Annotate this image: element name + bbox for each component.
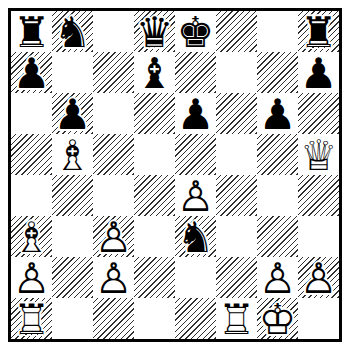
square-a1[interactable]: ♜♖ (11, 298, 52, 339)
square-b7[interactable] (52, 52, 93, 93)
black-rook-a8[interactable]: ♜♜ (11, 11, 52, 52)
piece-glyph: ♙ (11, 258, 52, 299)
piece-fill-halo: ♟ (298, 258, 339, 299)
piece-fill-halo: ♚ (175, 12, 216, 53)
white-pawn-e4[interactable]: ♟♙ (175, 175, 216, 216)
square-h8[interactable]: ♜♜ (298, 11, 339, 52)
square-d4[interactable] (134, 175, 175, 216)
square-e6[interactable]: ♟♟ (175, 93, 216, 134)
square-g1[interactable]: ♚♔ (257, 298, 298, 339)
piece-glyph: ♚ (175, 12, 216, 53)
piece-glyph: ♗ (11, 217, 52, 258)
piece-fill-halo: ♟ (11, 258, 52, 299)
piece-fill-halo: ♜ (298, 12, 339, 53)
square-c2[interactable]: ♟♙ (93, 257, 134, 298)
square-e8[interactable]: ♚♚ (175, 11, 216, 52)
piece-fill-halo: ♜ (11, 299, 52, 340)
square-a3[interactable]: ♝♗ (11, 216, 52, 257)
square-d7[interactable]: ♝♝ (134, 52, 175, 93)
square-a6[interactable] (11, 93, 52, 134)
piece-fill-halo: ♟ (257, 258, 298, 299)
square-e1[interactable] (175, 298, 216, 339)
black-pawn-b6[interactable]: ♟♟ (52, 93, 93, 134)
square-d3[interactable] (134, 216, 175, 257)
piece-glyph: ♗ (52, 135, 93, 176)
square-f1[interactable]: ♜♖ (216, 298, 257, 339)
piece-glyph: ♙ (298, 258, 339, 299)
square-f7[interactable] (216, 52, 257, 93)
white-bishop-b5[interactable]: ♝♗ (52, 134, 93, 175)
piece-glyph: ♜ (11, 12, 52, 53)
piece-glyph: ♞ (52, 12, 93, 53)
piece-fill-halo: ♟ (298, 53, 339, 94)
white-rook-f1[interactable]: ♜♖ (216, 298, 257, 339)
black-pawn-a7[interactable]: ♟♟ (11, 52, 52, 93)
square-h2[interactable]: ♟♙ (298, 257, 339, 298)
white-pawn-c2[interactable]: ♟♙ (93, 257, 134, 298)
piece-fill-halo: ♚ (257, 299, 298, 340)
square-f3[interactable] (216, 216, 257, 257)
piece-fill-halo: ♟ (175, 94, 216, 135)
piece-fill-halo: ♜ (216, 299, 257, 340)
piece-glyph: ♙ (93, 258, 134, 299)
piece-glyph: ♟ (298, 53, 339, 94)
square-d1[interactable] (134, 298, 175, 339)
square-b6[interactable]: ♟♟ (52, 93, 93, 134)
white-rook-a1[interactable]: ♜♖ (11, 298, 52, 339)
piece-glyph: ♞ (175, 217, 216, 258)
square-d6[interactable] (134, 93, 175, 134)
square-f6[interactable] (216, 93, 257, 134)
white-pawn-h2[interactable]: ♟♙ (298, 257, 339, 298)
white-king-g1[interactable]: ♚♔ (257, 298, 298, 339)
square-b2[interactable] (52, 257, 93, 298)
piece-fill-halo: ♟ (175, 176, 216, 217)
piece-glyph: ♙ (175, 176, 216, 217)
piece-fill-halo: ♛ (134, 12, 175, 53)
square-h3[interactable] (298, 216, 339, 257)
square-e5[interactable] (175, 134, 216, 175)
square-g3[interactable] (257, 216, 298, 257)
piece-fill-halo: ♝ (134, 53, 175, 94)
piece-fill-halo: ♟ (52, 94, 93, 135)
black-pawn-e6[interactable]: ♟♟ (175, 93, 216, 134)
square-d8[interactable]: ♛♛ (134, 11, 175, 52)
black-rook-h8[interactable]: ♜♜ (298, 11, 339, 52)
piece-glyph: ♛ (134, 12, 175, 53)
piece-fill-halo: ♞ (52, 12, 93, 53)
square-h6[interactable] (298, 93, 339, 134)
square-g2[interactable]: ♟♙ (257, 257, 298, 298)
piece-fill-halo: ♞ (175, 217, 216, 258)
piece-fill-halo: ♟ (93, 258, 134, 299)
white-pawn-g2[interactable]: ♟♙ (257, 257, 298, 298)
piece-glyph: ♟ (175, 94, 216, 135)
piece-glyph: ♙ (257, 258, 298, 299)
square-a5[interactable] (11, 134, 52, 175)
square-b4[interactable] (52, 175, 93, 216)
square-e4[interactable]: ♟♙ (175, 175, 216, 216)
square-g8[interactable] (257, 11, 298, 52)
piece-fill-halo: ♟ (93, 217, 134, 258)
piece-fill-halo: ♝ (11, 217, 52, 258)
black-bishop-d7[interactable]: ♝♝ (134, 52, 175, 93)
square-c5[interactable] (93, 134, 134, 175)
white-pawn-a2[interactable]: ♟♙ (11, 257, 52, 298)
square-h1[interactable] (298, 298, 339, 339)
piece-glyph: ♟ (257, 94, 298, 135)
black-pawn-g6[interactable]: ♟♟ (257, 93, 298, 134)
piece-glyph: ♝ (134, 53, 175, 94)
piece-glyph: ♟ (52, 94, 93, 135)
square-e7[interactable] (175, 52, 216, 93)
white-pawn-c3[interactable]: ♟♙ (93, 216, 134, 257)
square-g5[interactable] (257, 134, 298, 175)
square-g4[interactable] (257, 175, 298, 216)
piece-fill-halo: ♜ (11, 12, 52, 53)
square-c6[interactable] (93, 93, 134, 134)
square-g6[interactable]: ♟♟ (257, 93, 298, 134)
piece-fill-halo: ♟ (257, 94, 298, 135)
piece-glyph: ♜ (298, 12, 339, 53)
chess-board: ♜♜♞♞♛♛♚♚♜♜♟♟♝♝♟♟♟♟♟♟♟♟♝♗♛♕♟♙♝♗♟♙♞♞♟♙♟♙♟♙… (8, 8, 342, 342)
square-f5[interactable] (216, 134, 257, 175)
piece-glyph: ♖ (216, 299, 257, 340)
square-b5[interactable]: ♝♗ (52, 134, 93, 175)
black-pawn-h7[interactable]: ♟♟ (298, 52, 339, 93)
square-d5[interactable] (134, 134, 175, 175)
square-b3[interactable] (52, 216, 93, 257)
chess-diagram-page: ♜♜♞♞♛♛♚♚♜♜♟♟♝♝♟♟♟♟♟♟♟♟♝♗♛♕♟♙♝♗♟♙♞♞♟♙♟♙♟♙… (0, 0, 350, 350)
white-queen-h5[interactable]: ♛♕ (298, 134, 339, 175)
square-e3[interactable]: ♞♞ (175, 216, 216, 257)
piece-fill-halo: ♟ (11, 53, 52, 94)
square-h4[interactable] (298, 175, 339, 216)
square-c3[interactable]: ♟♙ (93, 216, 134, 257)
black-knight-b8[interactable]: ♞♞ (52, 11, 93, 52)
square-e2[interactable] (175, 257, 216, 298)
piece-glyph: ♖ (11, 299, 52, 340)
square-g7[interactable] (257, 52, 298, 93)
piece-glyph: ♕ (298, 135, 339, 176)
black-knight-e3[interactable]: ♞♞ (175, 216, 216, 257)
square-b8[interactable]: ♞♞ (52, 11, 93, 52)
square-a2[interactable]: ♟♙ (11, 257, 52, 298)
square-c4[interactable] (93, 175, 134, 216)
square-a4[interactable] (11, 175, 52, 216)
square-d2[interactable] (134, 257, 175, 298)
piece-glyph: ♙ (93, 217, 134, 258)
square-c7[interactable] (93, 52, 134, 93)
piece-fill-halo: ♝ (52, 135, 93, 176)
square-b1[interactable] (52, 298, 93, 339)
square-c1[interactable] (93, 298, 134, 339)
white-bishop-a3[interactable]: ♝♗ (11, 216, 52, 257)
piece-glyph: ♟ (11, 53, 52, 94)
square-c8[interactable] (93, 11, 134, 52)
square-h7[interactable]: ♟♟ (298, 52, 339, 93)
black-queen-d8[interactable]: ♛♛ (134, 11, 175, 52)
square-a7[interactable]: ♟♟ (11, 52, 52, 93)
square-h5[interactable]: ♛♕ (298, 134, 339, 175)
square-f2[interactable] (216, 257, 257, 298)
square-a8[interactable]: ♜♜ (11, 11, 52, 52)
square-f4[interactable] (216, 175, 257, 216)
piece-fill-halo: ♛ (298, 135, 339, 176)
piece-glyph: ♔ (257, 299, 298, 340)
square-f8[interactable] (216, 11, 257, 52)
black-king-e8[interactable]: ♚♚ (175, 11, 216, 52)
